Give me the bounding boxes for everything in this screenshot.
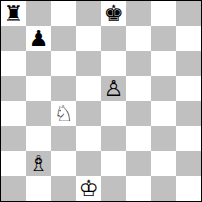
- square-h8[interactable]: [176, 1, 201, 26]
- square-a4[interactable]: [1, 101, 26, 126]
- white-king-piece[interactable]: ♔: [79, 176, 99, 201]
- square-c6[interactable]: [51, 51, 76, 76]
- square-d2[interactable]: [76, 151, 101, 176]
- square-e7[interactable]: [101, 26, 126, 51]
- square-g8[interactable]: [151, 1, 176, 26]
- square-h7[interactable]: [176, 26, 201, 51]
- square-a8[interactable]: ♜: [1, 1, 26, 26]
- black-pawn-piece[interactable]: ♟: [29, 26, 49, 51]
- square-h3[interactable]: [176, 126, 201, 151]
- square-a6[interactable]: [1, 51, 26, 76]
- white-knight-piece[interactable]: ♘: [54, 101, 74, 126]
- square-a5[interactable]: [1, 76, 26, 101]
- square-c8[interactable]: [51, 1, 76, 26]
- square-d4[interactable]: [76, 101, 101, 126]
- square-d8[interactable]: [76, 1, 101, 26]
- square-a2[interactable]: [1, 151, 26, 176]
- square-f2[interactable]: [126, 151, 151, 176]
- square-d7[interactable]: [76, 26, 101, 51]
- square-b7[interactable]: ♟: [26, 26, 51, 51]
- square-g3[interactable]: [151, 126, 176, 151]
- square-c1[interactable]: [51, 176, 76, 201]
- square-b6[interactable]: [26, 51, 51, 76]
- square-h1[interactable]: [176, 176, 201, 201]
- square-g2[interactable]: [151, 151, 176, 176]
- square-b5[interactable]: [26, 76, 51, 101]
- square-b4[interactable]: [26, 101, 51, 126]
- square-e2[interactable]: [101, 151, 126, 176]
- black-king-piece[interactable]: ♚: [104, 1, 124, 26]
- square-f7[interactable]: [126, 26, 151, 51]
- square-b3[interactable]: [26, 126, 51, 151]
- black-rook-piece[interactable]: ♜: [4, 1, 24, 26]
- square-b8[interactable]: [26, 1, 51, 26]
- square-h6[interactable]: [176, 51, 201, 76]
- square-c2[interactable]: [51, 151, 76, 176]
- square-f4[interactable]: [126, 101, 151, 126]
- square-a1[interactable]: [1, 176, 26, 201]
- square-g5[interactable]: [151, 76, 176, 101]
- square-c7[interactable]: [51, 26, 76, 51]
- square-c3[interactable]: [51, 126, 76, 151]
- square-f8[interactable]: [126, 1, 151, 26]
- square-g7[interactable]: [151, 26, 176, 51]
- square-e8[interactable]: ♚: [101, 1, 126, 26]
- square-a7[interactable]: [1, 26, 26, 51]
- square-e6[interactable]: [101, 51, 126, 76]
- square-e3[interactable]: [101, 126, 126, 151]
- chess-board: ♜♚♟♙♘♗♔: [0, 0, 202, 202]
- square-h2[interactable]: [176, 151, 201, 176]
- square-f6[interactable]: [126, 51, 151, 76]
- square-b2[interactable]: ♗: [26, 151, 51, 176]
- square-d5[interactable]: [76, 76, 101, 101]
- square-f1[interactable]: [126, 176, 151, 201]
- chess-diagram: ♜♚♟♙♘♗♔: [0, 0, 202, 202]
- square-g6[interactable]: [151, 51, 176, 76]
- square-e4[interactable]: [101, 101, 126, 126]
- square-h5[interactable]: [176, 76, 201, 101]
- square-c5[interactable]: [51, 76, 76, 101]
- square-g4[interactable]: [151, 101, 176, 126]
- square-d1[interactable]: ♔: [76, 176, 101, 201]
- square-e5[interactable]: ♙: [101, 76, 126, 101]
- square-c4[interactable]: ♘: [51, 101, 76, 126]
- square-d6[interactable]: [76, 51, 101, 76]
- square-g1[interactable]: [151, 176, 176, 201]
- square-f5[interactable]: [126, 76, 151, 101]
- white-bishop-piece[interactable]: ♗: [29, 151, 49, 176]
- white-pawn-piece[interactable]: ♙: [104, 76, 124, 101]
- square-f3[interactable]: [126, 126, 151, 151]
- square-h4[interactable]: [176, 101, 201, 126]
- square-e1[interactable]: [101, 176, 126, 201]
- square-b1[interactable]: [26, 176, 51, 201]
- square-d3[interactable]: [76, 126, 101, 151]
- square-a3[interactable]: [1, 126, 26, 151]
